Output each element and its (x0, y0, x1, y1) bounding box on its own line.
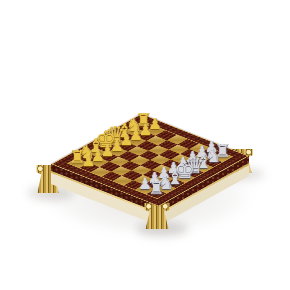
chess-set-photo: ♜♟♟♜♞♟♟♞♝♟♟♝♛♟♟♛♚♟♟♚♝♟♟♝♞♟♟♞♜♟♟♜ (0, 0, 290, 290)
